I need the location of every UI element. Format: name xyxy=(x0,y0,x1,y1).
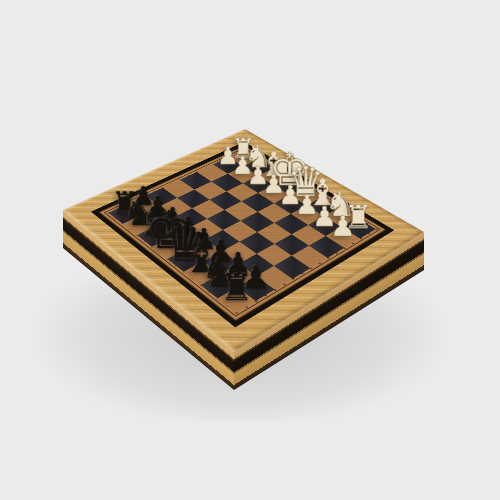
chess-set-product-photo: ♜♞♝♛♚♝♞♜♟♟♟♟♟♟♟♟♟♟♟♟♟♟♟♟♜♞♝♛♚♝♞♜ xyxy=(0,0,500,500)
black-rook[interactable]: ♜ xyxy=(220,268,253,305)
white-pawn[interactable]: ♟ xyxy=(330,213,355,241)
